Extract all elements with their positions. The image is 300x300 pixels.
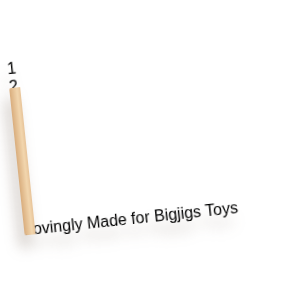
tile-number: 1: [6, 59, 17, 77]
shut-the-box-board: 123456789 Lovingly Made for Bigjigs Toys: [6, 33, 289, 259]
tile-rack: 123456789: [6, 33, 285, 222]
product-photo-background: 123456789 Lovingly Made for Bigjigs Toys: [0, 0, 300, 300]
